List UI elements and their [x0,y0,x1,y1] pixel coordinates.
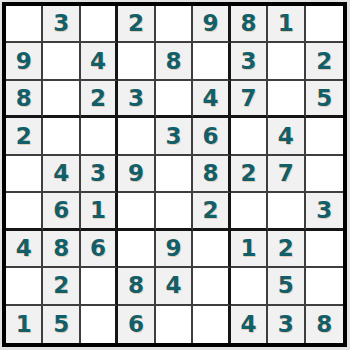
cell-r3c1[interactable]: 8 [6,81,43,118]
cell-r9c8[interactable]: 3 [268,306,305,343]
cell-r1c6[interactable]: 9 [193,6,230,43]
cell-r6c7[interactable] [231,193,268,230]
cell-r6c3[interactable]: 1 [81,193,118,230]
cell-r3c9[interactable]: 5 [306,81,343,118]
cell-r2c9[interactable]: 2 [306,43,343,80]
cell-r1c1[interactable] [6,6,43,43]
cell-r2c7[interactable]: 3 [231,43,268,80]
cell-r8c3[interactable] [81,268,118,305]
cell-r8c6[interactable] [193,268,230,305]
cell-r2c8[interactable] [268,43,305,80]
cell-r2c6[interactable] [193,43,230,80]
cell-r4c7[interactable] [231,118,268,155]
cell-r3c3[interactable]: 2 [81,81,118,118]
cell-r5c5[interactable] [156,156,193,193]
cell-r1c9[interactable] [306,6,343,43]
cell-r7c4[interactable] [118,231,155,268]
cell-r1c8[interactable]: 1 [268,6,305,43]
cell-r7c9[interactable] [306,231,343,268]
cell-r9c3[interactable] [81,306,118,343]
cell-r6c8[interactable] [268,193,305,230]
cell-r4c8[interactable]: 4 [268,118,305,155]
cell-r5c9[interactable] [306,156,343,193]
cell-r7c7[interactable]: 1 [231,231,268,268]
cell-r7c6[interactable] [193,231,230,268]
cell-r7c1[interactable]: 4 [6,231,43,268]
cell-r1c4[interactable]: 2 [118,6,155,43]
sudoku-board: 3298194832823475236443982761234869122845… [2,2,347,347]
cell-r6c6[interactable]: 2 [193,193,230,230]
cell-r6c2[interactable]: 6 [43,193,80,230]
cell-r5c4[interactable]: 9 [118,156,155,193]
cell-r7c2[interactable]: 8 [43,231,80,268]
cell-r5c2[interactable]: 4 [43,156,80,193]
cell-r6c5[interactable] [156,193,193,230]
cell-r9c4[interactable]: 6 [118,306,155,343]
cell-r5c7[interactable]: 2 [231,156,268,193]
cell-r4c4[interactable] [118,118,155,155]
cell-r8c9[interactable] [306,268,343,305]
cell-r9c1[interactable]: 1 [6,306,43,343]
cell-r8c4[interactable]: 8 [118,268,155,305]
cell-r5c6[interactable]: 8 [193,156,230,193]
cell-r4c9[interactable] [306,118,343,155]
cell-r5c8[interactable]: 7 [268,156,305,193]
cell-r4c2[interactable] [43,118,80,155]
cell-r8c7[interactable] [231,268,268,305]
cell-r3c8[interactable] [268,81,305,118]
cell-r6c4[interactable] [118,193,155,230]
cell-r6c1[interactable] [6,193,43,230]
cell-r5c3[interactable]: 3 [81,156,118,193]
cell-r9c2[interactable]: 5 [43,306,80,343]
cell-r3c5[interactable] [156,81,193,118]
cell-r4c1[interactable]: 2 [6,118,43,155]
cell-r1c2[interactable]: 3 [43,6,80,43]
cell-r9c6[interactable] [193,306,230,343]
cell-r1c7[interactable]: 8 [231,6,268,43]
cell-r2c4[interactable] [118,43,155,80]
cell-r2c3[interactable]: 4 [81,43,118,80]
cell-r9c5[interactable] [156,306,193,343]
cell-r5c1[interactable] [6,156,43,193]
cell-r7c8[interactable]: 2 [268,231,305,268]
cell-r4c5[interactable]: 3 [156,118,193,155]
cell-r9c7[interactable]: 4 [231,306,268,343]
cell-r3c4[interactable]: 3 [118,81,155,118]
cell-r3c6[interactable]: 4 [193,81,230,118]
cell-r1c5[interactable] [156,6,193,43]
cell-r8c5[interactable]: 4 [156,268,193,305]
cell-r9c9[interactable]: 8 [306,306,343,343]
cell-r7c5[interactable]: 9 [156,231,193,268]
cell-r2c1[interactable]: 9 [6,43,43,80]
cell-r2c2[interactable] [43,43,80,80]
cell-r8c8[interactable]: 5 [268,268,305,305]
cell-r1c3[interactable] [81,6,118,43]
cell-r3c7[interactable]: 7 [231,81,268,118]
cell-r7c3[interactable]: 6 [81,231,118,268]
cell-r3c2[interactable] [43,81,80,118]
cell-r4c3[interactable] [81,118,118,155]
cell-r8c1[interactable] [6,268,43,305]
cell-r6c9[interactable]: 3 [306,193,343,230]
cell-r8c2[interactable]: 2 [43,268,80,305]
cell-r4c6[interactable]: 6 [193,118,230,155]
cell-r2c5[interactable]: 8 [156,43,193,80]
